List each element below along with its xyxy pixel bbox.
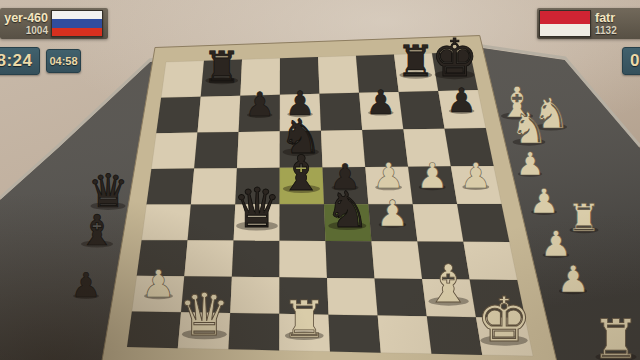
flag-stripe [52,11,102,19]
flag-stripe [52,19,102,27]
player-rating-black: 1132 [595,25,617,36]
player-panel-white: yer-460 1004 [0,8,108,39]
clock-white-main: 08:24 [0,47,40,75]
player-name-white: yer-460 [4,12,48,25]
flag-stripe [540,11,590,24]
clock-white-secondary: 04:58 [46,49,81,73]
player-rating-white: 1004 [26,25,48,36]
russia-flag [51,10,103,37]
flag-stripe [52,28,102,36]
clock-black-main: 0 [622,47,640,75]
player-panel-black: fatr 1132 [537,8,640,39]
player-name-black: fatr [595,12,617,25]
flag-stripe [540,24,590,37]
indonesia-flag [539,10,591,37]
